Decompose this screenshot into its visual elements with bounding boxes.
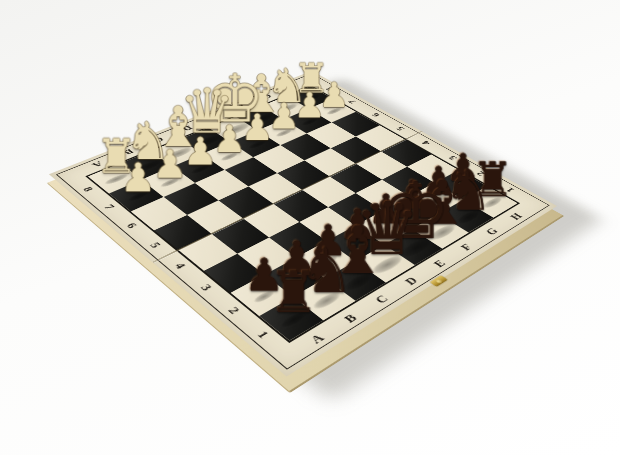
black-rook: ♜ <box>269 267 319 320</box>
square-a1: ♜ <box>259 297 323 341</box>
product-photo-stage: ABCDEFGH ABCDEFGH 87654321 87654321 ♜♞♝♛… <box>0 0 620 455</box>
white-pawn: ♟ <box>183 133 217 169</box>
white-pawn: ♟ <box>152 146 187 183</box>
chessboard: ABCDEFGH ABCDEFGH 87654321 87654321 ♜♞♝♛… <box>49 71 557 377</box>
white-pawn: ♟ <box>120 159 156 197</box>
white-pawn: ♟ <box>213 121 246 156</box>
